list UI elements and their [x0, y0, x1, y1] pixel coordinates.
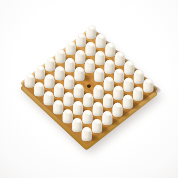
peg-r1c2[interactable]: [95, 51, 105, 65]
peg-r4c4[interactable]: [83, 93, 93, 107]
peg-r2c4[interactable]: [104, 77, 114, 91]
peg-r3c5[interactable]: [103, 94, 113, 108]
peg-r1c0[interactable]: [76, 33, 86, 47]
peg-r1c1[interactable]: [85, 42, 95, 56]
peg-r0c5[interactable]: [134, 70, 144, 84]
peg-r5c4[interactable]: [73, 101, 83, 115]
peg-r3c1[interactable]: [65, 58, 75, 72]
peg-r4c5[interactable]: [93, 102, 103, 116]
peg-r0c4[interactable]: [124, 61, 134, 75]
peg-r1c6[interactable]: [133, 87, 143, 101]
peg-r6c1[interactable]: [34, 82, 44, 96]
peg-r0c3[interactable]: [115, 52, 125, 66]
peg-r2c1[interactable]: [75, 50, 85, 64]
peg-r0c0[interactable]: [86, 25, 96, 39]
peg-r2c0[interactable]: [66, 41, 76, 55]
photo-scene: [0, 0, 178, 178]
peg-r5c6[interactable]: [92, 119, 102, 133]
peg-r5c1[interactable]: [44, 74, 54, 88]
peg-r6c4[interactable]: [63, 109, 73, 123]
peg-r0c1[interactable]: [96, 34, 106, 48]
peg-r5c3[interactable]: [63, 92, 73, 106]
empty-hole-icon[interactable]: [86, 83, 92, 88]
peg-r4c3[interactable]: [74, 84, 84, 98]
peg-r5c0[interactable]: [35, 65, 45, 79]
peg-r4c6[interactable]: [102, 111, 112, 125]
peg-r4c1[interactable]: [55, 66, 65, 80]
peg-r6c0[interactable]: [25, 73, 35, 87]
peg-r2c6[interactable]: [123, 95, 133, 109]
peg-r3c0[interactable]: [55, 49, 65, 63]
peg-r5c2[interactable]: [54, 83, 64, 97]
peg-r1c4[interactable]: [114, 69, 124, 83]
solitaire-board: [20, 26, 158, 145]
peg-r3c4[interactable]: [94, 85, 104, 99]
peg-r2c2[interactable]: [85, 59, 95, 73]
peg-r3c2[interactable]: [74, 67, 84, 81]
peg-r0c6[interactable]: [143, 79, 153, 93]
peg-r1c5[interactable]: [124, 78, 134, 92]
peg-r0c2[interactable]: [105, 43, 115, 57]
peg-r6c5[interactable]: [72, 118, 82, 132]
peg-r5c5[interactable]: [83, 110, 93, 124]
peg-r4c2[interactable]: [64, 75, 74, 89]
peg-r2c5[interactable]: [113, 86, 123, 100]
peg-r3c6[interactable]: [113, 103, 123, 117]
peg-r6c3[interactable]: [53, 100, 63, 114]
peg-r6c2[interactable]: [44, 91, 54, 105]
peg-r2c3[interactable]: [94, 68, 104, 82]
peg-r4c0[interactable]: [45, 57, 55, 71]
peg-r6c6[interactable]: [82, 127, 92, 141]
peg-r1c3[interactable]: [105, 60, 115, 74]
